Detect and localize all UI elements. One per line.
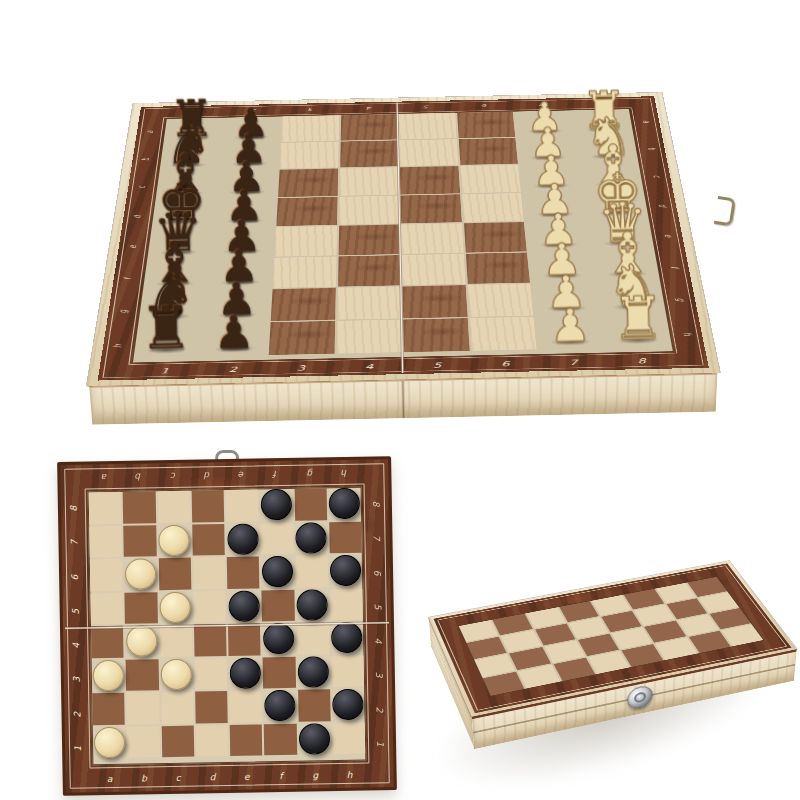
checkers-square bbox=[191, 490, 224, 522]
box-square bbox=[688, 631, 730, 653]
checkers-square bbox=[89, 492, 122, 524]
chess-square bbox=[268, 358, 334, 359]
chess-square bbox=[201, 357, 266, 358]
coord-label: 5 bbox=[58, 601, 93, 622]
chess-square bbox=[465, 252, 530, 284]
checkers-square bbox=[230, 759, 262, 760]
coord-label: e bbox=[229, 766, 264, 787]
coord-label: 4 bbox=[340, 102, 398, 113]
coord-label: 5 bbox=[403, 358, 472, 373]
coord-label: 8 bbox=[57, 498, 92, 519]
checkers-square bbox=[195, 725, 228, 757]
checkers-square bbox=[161, 692, 194, 724]
chess-square bbox=[336, 355, 401, 356]
folded-box-view bbox=[420, 512, 800, 800]
chess-square bbox=[399, 113, 457, 139]
chess-piece-light-r: ♜ bbox=[611, 289, 664, 348]
chess-square bbox=[404, 355, 470, 356]
box-square bbox=[578, 634, 619, 656]
checker-piece-black bbox=[262, 556, 294, 588]
checkers-square bbox=[260, 522, 293, 554]
checkers-square bbox=[93, 762, 125, 763]
chess-square bbox=[467, 284, 533, 317]
checkers-square bbox=[125, 592, 158, 624]
checkers-square bbox=[126, 692, 159, 724]
box-square bbox=[588, 651, 630, 674]
open-chess-board-view: ♜♞♝♚♛♝♞♜♟♟♟♟♟♟♟♟♜♞♝♚♛♝♞♜♟♟♟♟♟♟♟♟ 1234567… bbox=[0, 0, 800, 448]
checker-piece-black bbox=[330, 555, 362, 587]
coord-label: b bbox=[127, 768, 162, 789]
coord-label: g bbox=[298, 765, 333, 786]
chess-board-burl-frame: ♜♞♝♚♛♝♞♜♟♟♟♟♟♟♟♟♜♞♝♚♛♝♞♜♟♟♟♟♟♟♟♟ 1234567… bbox=[98, 96, 709, 380]
checker-piece-white bbox=[158, 524, 190, 556]
checkers-square bbox=[123, 525, 156, 557]
chess-square bbox=[133, 359, 198, 360]
checker-piece-white bbox=[92, 660, 124, 692]
chess-piece-dark-r: ♜ bbox=[140, 299, 193, 358]
coord-label: 4 bbox=[335, 359, 403, 374]
checkers-square bbox=[194, 658, 227, 690]
coord-label: d bbox=[195, 767, 230, 788]
chess-square bbox=[607, 351, 673, 352]
coord-label: 7 bbox=[359, 527, 394, 548]
checkers-square bbox=[230, 757, 262, 758]
checker-piece-white bbox=[125, 558, 157, 590]
checkers-square bbox=[226, 489, 259, 521]
checkers-square bbox=[331, 655, 364, 687]
checker-piece-black bbox=[331, 622, 363, 654]
chess-square bbox=[402, 285, 467, 318]
coord-label: 2 bbox=[362, 699, 397, 720]
checker-piece-white bbox=[161, 658, 193, 690]
chess-square bbox=[400, 166, 460, 194]
checkers-square bbox=[229, 690, 262, 722]
checker-piece-black bbox=[296, 589, 328, 621]
checker-piece-black bbox=[332, 689, 364, 721]
chess-piece-light-p: ♟ bbox=[550, 303, 592, 349]
coord-label: 3 bbox=[282, 104, 340, 115]
chess-square bbox=[133, 361, 199, 362]
checkers-square bbox=[333, 758, 365, 759]
checker-piece-black bbox=[264, 690, 296, 722]
checkers-square bbox=[128, 759, 160, 760]
chess-square bbox=[338, 225, 400, 256]
chess-square bbox=[539, 350, 604, 351]
checkers-board-frame: 87654321 87654321 abcdefgh abcdefgh bbox=[57, 456, 397, 796]
coord-label: f bbox=[264, 766, 299, 787]
chess-square bbox=[539, 351, 605, 352]
checker-piece-white bbox=[160, 591, 192, 623]
checkers-square bbox=[123, 491, 156, 523]
coord-label: 7 bbox=[57, 533, 92, 554]
chess-square bbox=[278, 169, 338, 197]
chess-square bbox=[472, 353, 538, 354]
checkers-square bbox=[227, 556, 260, 588]
coord-label: a bbox=[92, 769, 127, 790]
checkers-square bbox=[92, 693, 125, 725]
checkers-square bbox=[332, 722, 365, 754]
chess-square bbox=[336, 353, 401, 354]
coord-label: 4 bbox=[59, 635, 94, 656]
checkers-square bbox=[93, 764, 125, 765]
checker-piece-white bbox=[93, 727, 125, 759]
chess-square bbox=[340, 114, 397, 140]
checkers-square bbox=[295, 555, 328, 587]
box-square bbox=[553, 658, 595, 681]
chess-square bbox=[402, 254, 465, 286]
hinge-clasp-icon bbox=[714, 196, 736, 226]
box-square bbox=[544, 640, 585, 663]
chess-square bbox=[281, 115, 339, 141]
chess-board-plane: ♜♞♝♚♛♝♞♜♟♟♟♟♟♟♟♟♜♞♝♚♛♝♞♜♟♟♟♟♟♟♟♟ 1234567… bbox=[87, 92, 720, 386]
coord-label: f bbox=[258, 464, 293, 485]
chess-square bbox=[269, 321, 335, 355]
checkers-square bbox=[329, 521, 362, 553]
chess-square bbox=[472, 354, 538, 355]
chess-square bbox=[269, 355, 334, 356]
checkers-square bbox=[127, 726, 160, 758]
checkers-coords-bottom: abcdefgh bbox=[92, 765, 366, 790]
chess-square bbox=[400, 194, 461, 223]
coord-label: 5 bbox=[398, 101, 456, 112]
checkers-square bbox=[93, 760, 125, 761]
coord-label: 1 bbox=[130, 363, 200, 378]
coord-label: 6 bbox=[58, 567, 93, 588]
coord-label: 1 bbox=[61, 738, 96, 759]
checker-piece-black bbox=[263, 623, 295, 655]
checkers-square bbox=[299, 758, 331, 759]
checkers-square bbox=[298, 689, 331, 721]
checkers-square bbox=[162, 763, 194, 764]
checkers-square bbox=[228, 623, 261, 655]
coord-label: 6 bbox=[360, 562, 395, 583]
chess-square bbox=[460, 165, 521, 193]
chess-square bbox=[399, 139, 458, 166]
chess-square bbox=[462, 193, 524, 222]
chess-square bbox=[273, 256, 336, 288]
checkers-square bbox=[333, 756, 365, 757]
coord-label: 7 bbox=[539, 355, 609, 370]
box-square bbox=[622, 644, 664, 667]
chess-square bbox=[280, 141, 339, 168]
coord-label: 1 bbox=[363, 733, 398, 754]
checkers-square bbox=[296, 622, 329, 654]
product-photo-stage: ♜♞♝♚♛♝♞♜♟♟♟♟♟♟♟♟♜♞♝♚♛♝♞♜♟♟♟♟♟♟♟♟ 1234567… bbox=[0, 0, 800, 800]
chess-square bbox=[336, 357, 402, 358]
checkers-square bbox=[161, 725, 194, 757]
chess-square bbox=[275, 226, 337, 257]
chess-square bbox=[457, 112, 516, 138]
box-latch-icon bbox=[627, 684, 653, 711]
checker-piece-black bbox=[298, 656, 330, 688]
coord-label: 8 bbox=[606, 353, 676, 368]
coord-label: c bbox=[161, 768, 196, 789]
chess-square bbox=[607, 349, 672, 350]
chess-square bbox=[339, 195, 399, 224]
checker-piece-white bbox=[126, 625, 158, 657]
checkers-square bbox=[330, 588, 363, 620]
checkers-square bbox=[194, 624, 227, 656]
coord-label: 8 bbox=[359, 493, 394, 514]
chess-square bbox=[607, 350, 673, 351]
checker-piece-black bbox=[228, 590, 260, 622]
coord-label: 3 bbox=[60, 670, 95, 691]
checkers-square bbox=[263, 656, 296, 688]
chess-piece-dark-p: ♟ bbox=[213, 310, 255, 356]
chess-square bbox=[269, 357, 335, 358]
checkers-square bbox=[128, 761, 160, 762]
checkers-square bbox=[299, 756, 331, 757]
checker-piece-black bbox=[227, 523, 259, 555]
coord-label: 6 bbox=[471, 356, 540, 371]
checker-piece-black bbox=[261, 489, 293, 521]
chess-square bbox=[472, 352, 537, 353]
chess-square bbox=[201, 360, 267, 361]
checkers-square bbox=[128, 763, 160, 764]
checkers-board-view: 87654321 87654321 abcdefgh abcdefgh bbox=[57, 456, 397, 796]
chess-square bbox=[404, 354, 470, 355]
chess-square bbox=[201, 356, 266, 357]
checkers-square bbox=[196, 760, 228, 761]
checkers-coords-top: abcdefgh bbox=[87, 463, 361, 488]
checkers-square bbox=[264, 723, 297, 755]
box-square bbox=[459, 620, 499, 642]
box-square bbox=[483, 672, 525, 696]
checkers-square bbox=[230, 761, 262, 762]
chess-square bbox=[401, 223, 463, 254]
checkers-square bbox=[193, 557, 226, 589]
box-square bbox=[501, 630, 541, 652]
checkers-square bbox=[192, 524, 225, 556]
coord-label: h bbox=[332, 765, 367, 786]
chess-square bbox=[340, 140, 398, 167]
checkers-square bbox=[158, 558, 191, 590]
coord-label: e bbox=[224, 464, 259, 485]
checkers-square bbox=[262, 589, 295, 621]
checkers-square bbox=[265, 761, 297, 762]
checker-piece-black bbox=[329, 488, 361, 520]
checkers-square bbox=[193, 591, 226, 623]
chess-square bbox=[337, 286, 401, 319]
coord-label: 2 bbox=[60, 704, 95, 725]
chess-square bbox=[539, 349, 604, 350]
chess-square bbox=[276, 197, 337, 227]
checkers-square bbox=[157, 491, 190, 523]
chess-square bbox=[404, 352, 469, 353]
checkers-square bbox=[265, 759, 297, 760]
chess-square bbox=[469, 317, 536, 351]
coord-label: b bbox=[121, 466, 156, 487]
coord-label: g bbox=[293, 463, 328, 484]
chess-square bbox=[471, 351, 536, 352]
coord-label: 6 bbox=[455, 100, 514, 111]
chess-square bbox=[133, 358, 198, 359]
box-square bbox=[467, 637, 507, 660]
checkers-square bbox=[196, 762, 228, 763]
chess-square bbox=[404, 353, 469, 354]
chess-square bbox=[458, 138, 518, 165]
chess-square bbox=[403, 318, 469, 352]
board-front-seam bbox=[401, 381, 405, 418]
chess-square bbox=[339, 167, 398, 195]
checker-piece-black bbox=[295, 522, 327, 554]
coord-label: d bbox=[190, 465, 225, 486]
box-square bbox=[655, 637, 697, 660]
chess-square bbox=[338, 255, 401, 287]
checkers-square bbox=[196, 758, 228, 759]
checkers-square bbox=[91, 626, 124, 658]
box-latch-detail bbox=[634, 691, 646, 703]
chess-board-pale-rim: ♜♞♝♚♛♝♞♜♟♟♟♟♟♟♟♟♜♞♝♚♛♝♞♜♟♟♟♟♟♟♟♟ 1234567… bbox=[87, 92, 720, 386]
checkers-square bbox=[265, 757, 297, 758]
chess-square bbox=[336, 356, 402, 357]
chess-square bbox=[201, 359, 267, 360]
checkers-square bbox=[195, 691, 228, 723]
chess-square bbox=[539, 353, 605, 354]
coord-label: 3 bbox=[362, 664, 397, 685]
chess-square bbox=[464, 222, 527, 253]
coord-label: c bbox=[156, 466, 191, 487]
checkers-square bbox=[90, 592, 123, 624]
chess-square bbox=[336, 319, 401, 353]
coord-label: 2 bbox=[198, 362, 267, 377]
checkers-square bbox=[90, 559, 123, 591]
chess-square bbox=[271, 288, 336, 321]
box-square bbox=[509, 647, 550, 670]
checkers-square bbox=[230, 724, 263, 756]
coord-label: a bbox=[87, 467, 122, 488]
chess-square bbox=[133, 360, 199, 361]
chess-square bbox=[607, 348, 672, 349]
checker-piece-black bbox=[229, 657, 261, 689]
coord-label: 4 bbox=[361, 630, 396, 651]
coord-label: 3 bbox=[266, 361, 335, 376]
checkers-square bbox=[89, 525, 122, 557]
chess-square bbox=[269, 356, 334, 357]
checkers-square bbox=[126, 659, 159, 691]
box-square bbox=[475, 654, 516, 677]
box-square bbox=[518, 665, 560, 689]
checkers-square bbox=[162, 759, 194, 760]
checker-piece-black bbox=[299, 723, 331, 755]
coord-label: h bbox=[327, 463, 362, 484]
checkers-square bbox=[294, 488, 327, 520]
checkers-square bbox=[162, 761, 194, 762]
checkers-square bbox=[159, 625, 192, 657]
coord-label: 5 bbox=[360, 596, 395, 617]
